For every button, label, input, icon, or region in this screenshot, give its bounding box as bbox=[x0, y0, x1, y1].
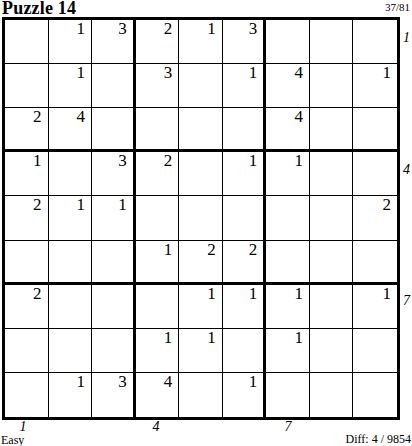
cell-r3c2[interactable]: 4 bbox=[49, 108, 93, 152]
cell-r7c5[interactable]: 1 bbox=[179, 285, 223, 329]
given-digit: 4 bbox=[294, 64, 303, 82]
cell-r1c9[interactable] bbox=[353, 20, 397, 64]
given-digit: 2 bbox=[383, 196, 392, 214]
given-digit: 1 bbox=[249, 152, 258, 170]
cell-r7c3[interactable] bbox=[92, 285, 136, 329]
cell-r7c7[interactable]: 1 bbox=[266, 285, 310, 329]
given-digit: 4 bbox=[294, 108, 303, 126]
given-digit: 2 bbox=[33, 108, 42, 126]
cell-r4c3[interactable]: 3 bbox=[92, 152, 136, 196]
cell-r2c8[interactable] bbox=[310, 64, 354, 108]
cell-r5c9[interactable]: 2 bbox=[353, 196, 397, 240]
given-digit: 1 bbox=[77, 373, 86, 391]
given-digit: 4 bbox=[77, 108, 86, 126]
cell-r9c2[interactable]: 1 bbox=[49, 373, 93, 417]
given-digit: 1 bbox=[164, 241, 173, 259]
cell-r5c7[interactable] bbox=[266, 196, 310, 240]
cell-r6c6[interactable]: 2 bbox=[223, 241, 267, 285]
cell-r7c2[interactable] bbox=[49, 285, 93, 329]
cell-r2c7[interactable]: 4 bbox=[266, 64, 310, 108]
cell-r9c1[interactable] bbox=[5, 373, 49, 417]
given-digit: 3 bbox=[164, 64, 173, 82]
cell-r2c9[interactable]: 1 bbox=[353, 64, 397, 108]
cell-r4c9[interactable] bbox=[353, 152, 397, 196]
cell-r6c1[interactable] bbox=[5, 241, 49, 285]
given-digit: 1 bbox=[249, 64, 258, 82]
cell-r6c5[interactable]: 2 bbox=[179, 241, 223, 285]
cell-r8c8[interactable] bbox=[310, 329, 354, 373]
given-digit: 1 bbox=[383, 285, 392, 303]
cell-r1c8[interactable] bbox=[310, 20, 354, 64]
cell-r4c5[interactable] bbox=[179, 152, 223, 196]
cell-r4c8[interactable] bbox=[310, 152, 354, 196]
given-digit: 1 bbox=[207, 20, 216, 38]
given-digit: 3 bbox=[249, 20, 258, 38]
row-label-7: 7 bbox=[403, 294, 410, 308]
given-digit: 1 bbox=[33, 152, 42, 170]
cell-r8c4[interactable]: 1 bbox=[136, 329, 180, 373]
cell-r8c9[interactable] bbox=[353, 329, 397, 373]
cell-r6c8[interactable] bbox=[310, 241, 354, 285]
given-digit: 2 bbox=[249, 241, 258, 259]
given-digit: 1 bbox=[207, 329, 216, 347]
cell-r9c8[interactable] bbox=[310, 373, 354, 417]
given-digit: 3 bbox=[118, 20, 127, 38]
given-digit: 1 bbox=[294, 329, 303, 347]
cell-r5c3[interactable]: 1 bbox=[92, 196, 136, 240]
cell-r5c2[interactable]: 1 bbox=[49, 196, 93, 240]
cell-r2c4[interactable]: 3 bbox=[136, 64, 180, 108]
given-digit: 2 bbox=[207, 241, 216, 259]
given-digit: 2 bbox=[33, 196, 42, 214]
difficulty-label: Easy bbox=[1, 433, 24, 446]
cell-r1c6[interactable]: 3 bbox=[223, 20, 267, 64]
cell-r3c4[interactable] bbox=[136, 108, 180, 152]
col-label-4: 4 bbox=[149, 420, 163, 434]
cell-r3c6[interactable] bbox=[223, 108, 267, 152]
cell-r3c1[interactable]: 2 bbox=[5, 108, 49, 152]
sudoku-grid: 1321313141244132112112122211111111341 bbox=[2, 17, 400, 420]
given-digit: 1 bbox=[207, 285, 216, 303]
cell-r2c2[interactable]: 1 bbox=[49, 64, 93, 108]
row-label-4: 4 bbox=[403, 163, 410, 177]
given-digit: 1 bbox=[77, 196, 86, 214]
cell-r1c7[interactable] bbox=[266, 20, 310, 64]
cell-r4c6[interactable]: 1 bbox=[223, 152, 267, 196]
cell-r8c6[interactable] bbox=[223, 329, 267, 373]
given-digit: 2 bbox=[164, 152, 173, 170]
cell-r8c2[interactable] bbox=[49, 329, 93, 373]
cell-r2c1[interactable] bbox=[5, 64, 49, 108]
cell-r5c4[interactable] bbox=[136, 196, 180, 240]
col-label-7: 7 bbox=[281, 420, 295, 434]
cell-r8c3[interactable] bbox=[92, 329, 136, 373]
cell-r3c7[interactable]: 4 bbox=[266, 108, 310, 152]
cell-r4c1[interactable]: 1 bbox=[5, 152, 49, 196]
row-label-1: 1 bbox=[403, 31, 410, 45]
given-digit: 1 bbox=[249, 373, 258, 391]
cell-r1c3[interactable]: 3 bbox=[92, 20, 136, 64]
cell-r1c4[interactable]: 2 bbox=[136, 20, 180, 64]
cell-r2c5[interactable] bbox=[179, 64, 223, 108]
cell-r2c6[interactable]: 1 bbox=[223, 64, 267, 108]
given-digit: 1 bbox=[77, 64, 86, 82]
cell-r6c4[interactable]: 1 bbox=[136, 241, 180, 285]
cell-r3c5[interactable] bbox=[179, 108, 223, 152]
given-digit: 1 bbox=[249, 285, 258, 303]
cell-r3c3[interactable] bbox=[92, 108, 136, 152]
given-digit: 1 bbox=[294, 152, 303, 170]
given-digit: 1 bbox=[383, 64, 392, 82]
cell-r1c2[interactable]: 1 bbox=[49, 20, 93, 64]
cell-r1c5[interactable]: 1 bbox=[179, 20, 223, 64]
cell-r9c7[interactable] bbox=[266, 373, 310, 417]
cell-r7c8[interactable] bbox=[310, 285, 354, 329]
cell-r9c3[interactable]: 3 bbox=[92, 373, 136, 417]
cell-r4c2[interactable] bbox=[49, 152, 93, 196]
given-digit: 3 bbox=[118, 152, 127, 170]
cell-r5c8[interactable] bbox=[310, 196, 354, 240]
cell-r6c3[interactable] bbox=[92, 241, 136, 285]
given-digit: 2 bbox=[33, 285, 42, 303]
cell-r4c4[interactable]: 2 bbox=[136, 152, 180, 196]
cell-r7c6[interactable]: 1 bbox=[223, 285, 267, 329]
given-digit: 1 bbox=[77, 20, 86, 38]
cell-r6c7[interactable] bbox=[266, 241, 310, 285]
cell-r6c2[interactable] bbox=[49, 241, 93, 285]
cell-r5c1[interactable]: 2 bbox=[5, 196, 49, 240]
given-digit: 1 bbox=[164, 329, 173, 347]
cell-r4c7[interactable]: 1 bbox=[266, 152, 310, 196]
col-label-1: 1 bbox=[16, 420, 30, 434]
given-digit: 4 bbox=[164, 373, 173, 391]
given-digit: 3 bbox=[118, 373, 127, 391]
given-digit: 1 bbox=[294, 285, 303, 303]
cell-r6c9[interactable] bbox=[353, 241, 397, 285]
cell-r9c6[interactable]: 1 bbox=[223, 373, 267, 417]
cell-r9c4[interactable]: 4 bbox=[136, 373, 180, 417]
cell-r8c7[interactable]: 1 bbox=[266, 329, 310, 373]
cell-r8c5[interactable]: 1 bbox=[179, 329, 223, 373]
cell-r9c5[interactable] bbox=[179, 373, 223, 417]
cell-r5c5[interactable] bbox=[179, 196, 223, 240]
cell-r7c4[interactable] bbox=[136, 285, 180, 329]
cell-r2c3[interactable] bbox=[92, 64, 136, 108]
cell-r3c9[interactable] bbox=[353, 108, 397, 152]
cell-r7c1[interactable]: 2 bbox=[5, 285, 49, 329]
given-digit: 2 bbox=[164, 20, 173, 38]
cell-r5c6[interactable] bbox=[223, 196, 267, 240]
cell-r1c1[interactable] bbox=[5, 20, 49, 64]
diff-stat: Diff: 4 / 9854 bbox=[346, 432, 411, 446]
sudoku-page: Puzzle 14 37/81 132131314124413211211212… bbox=[0, 0, 412, 446]
cell-r8c1[interactable] bbox=[5, 329, 49, 373]
cell-r9c9[interactable] bbox=[353, 373, 397, 417]
cell-r3c8[interactable] bbox=[310, 108, 354, 152]
givens-counter: 37/81 bbox=[385, 1, 410, 13]
cell-r7c9[interactable]: 1 bbox=[353, 285, 397, 329]
given-digit: 1 bbox=[118, 196, 127, 214]
